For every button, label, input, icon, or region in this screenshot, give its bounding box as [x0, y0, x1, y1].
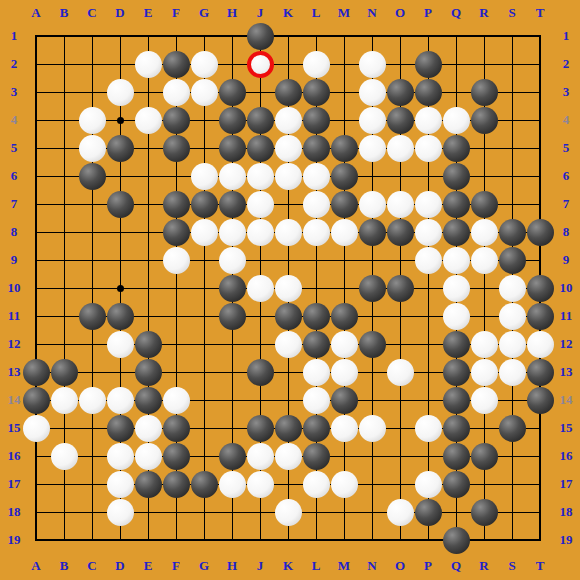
- row-label-left-3: 3: [0, 84, 28, 100]
- col-label-top-S: S: [498, 5, 526, 21]
- col-label-bottom-N: N: [358, 558, 386, 574]
- stone-black-C6: [79, 163, 106, 190]
- stone-white-P4: [415, 107, 442, 134]
- stone-white-T12: [527, 331, 554, 358]
- stone-black-Q17: [443, 471, 470, 498]
- row-label-left-11: 11: [0, 308, 28, 324]
- stone-white-J17: [247, 471, 274, 498]
- stone-white-O13: [387, 359, 414, 386]
- stone-black-R18: [471, 499, 498, 526]
- stone-white-P17: [415, 471, 442, 498]
- stone-black-J15: [247, 415, 274, 442]
- star-point: [117, 117, 124, 124]
- row-label-right-12: 12: [552, 336, 580, 352]
- stone-black-E14: [135, 387, 162, 414]
- stone-black-D7: [107, 191, 134, 218]
- col-label-bottom-T: T: [526, 558, 554, 574]
- stone-black-A13: [23, 359, 50, 386]
- stone-black-R16: [471, 443, 498, 470]
- stone-white-P8: [415, 219, 442, 246]
- stone-black-D15: [107, 415, 134, 442]
- stone-black-Q14: [443, 387, 470, 414]
- stone-black-L11: [303, 303, 330, 330]
- stone-white-M15: [331, 415, 358, 442]
- stone-black-Q16: [443, 443, 470, 470]
- stone-black-T10: [527, 275, 554, 302]
- col-label-bottom-R: R: [470, 558, 498, 574]
- stone-white-E15: [135, 415, 162, 442]
- stone-black-J1: [247, 23, 274, 50]
- stone-black-M14: [331, 387, 358, 414]
- stone-black-Q7: [443, 191, 470, 218]
- stone-white-H17: [219, 471, 246, 498]
- stone-black-M7: [331, 191, 358, 218]
- col-label-top-C: C: [78, 5, 106, 21]
- stone-black-G7: [191, 191, 218, 218]
- col-label-bottom-E: E: [134, 558, 162, 574]
- stone-black-O8: [387, 219, 414, 246]
- stone-white-Q4: [443, 107, 470, 134]
- stone-black-E17: [135, 471, 162, 498]
- stone-white-F14: [163, 387, 190, 414]
- row-label-left-7: 7: [0, 196, 28, 212]
- stone-white-S11: [499, 303, 526, 330]
- stone-white-H6: [219, 163, 246, 190]
- stone-black-Q12: [443, 331, 470, 358]
- stone-black-A14: [23, 387, 50, 414]
- col-label-bottom-A: A: [22, 558, 50, 574]
- stone-white-R8: [471, 219, 498, 246]
- stone-white-N4: [359, 107, 386, 134]
- col-label-bottom-H: H: [218, 558, 246, 574]
- stone-white-K4: [275, 107, 302, 134]
- stone-black-N8: [359, 219, 386, 246]
- stone-white-N3: [359, 79, 386, 106]
- col-label-bottom-B: B: [50, 558, 78, 574]
- stone-black-P18: [415, 499, 442, 526]
- stone-black-G17: [191, 471, 218, 498]
- stone-white-D16: [107, 443, 134, 470]
- row-label-left-8: 8: [0, 224, 28, 240]
- row-label-right-9: 9: [552, 252, 580, 268]
- stone-black-P2: [415, 51, 442, 78]
- row-label-right-6: 6: [552, 168, 580, 184]
- go-board[interactable]: AABBCCDDEEFFGGHHJJKKLLMMNNOOPPQQRRSSTT11…: [0, 0, 580, 580]
- stone-white-O5: [387, 135, 414, 162]
- stone-white-D17: [107, 471, 134, 498]
- stone-white-Q10: [443, 275, 470, 302]
- stone-black-T11: [527, 303, 554, 330]
- stone-white-L14: [303, 387, 330, 414]
- stone-black-M11: [331, 303, 358, 330]
- stone-black-H16: [219, 443, 246, 470]
- stone-white-D14: [107, 387, 134, 414]
- row-label-left-16: 16: [0, 448, 28, 464]
- col-label-bottom-M: M: [330, 558, 358, 574]
- stone-white-A15: [23, 415, 50, 442]
- stone-white-K10: [275, 275, 302, 302]
- col-label-top-E: E: [134, 5, 162, 21]
- stone-white-B16: [51, 443, 78, 470]
- stone-white-L17: [303, 471, 330, 498]
- stone-black-F8: [163, 219, 190, 246]
- stone-white-E16: [135, 443, 162, 470]
- col-label-top-K: K: [274, 5, 302, 21]
- stone-white-R9: [471, 247, 498, 274]
- stone-white-C5: [79, 135, 106, 162]
- stone-white-R12: [471, 331, 498, 358]
- col-label-bottom-S: S: [498, 558, 526, 574]
- stone-black-Q6: [443, 163, 470, 190]
- row-label-right-13: 13: [552, 364, 580, 380]
- col-label-top-R: R: [470, 5, 498, 21]
- stone-black-Q13: [443, 359, 470, 386]
- row-label-right-8: 8: [552, 224, 580, 240]
- stone-black-S8: [499, 219, 526, 246]
- stone-white-J8: [247, 219, 274, 246]
- stone-white-S13: [499, 359, 526, 386]
- col-label-bottom-P: P: [414, 558, 442, 574]
- stone-black-S9: [499, 247, 526, 274]
- stone-white-N2: [359, 51, 386, 78]
- stone-black-Q19: [443, 527, 470, 554]
- stone-white-G3: [191, 79, 218, 106]
- stone-white-L2: [303, 51, 330, 78]
- stone-black-F7: [163, 191, 190, 218]
- stone-white-N5: [359, 135, 386, 162]
- stone-white-J6: [247, 163, 274, 190]
- stone-black-M5: [331, 135, 358, 162]
- stone-black-T14: [527, 387, 554, 414]
- stone-black-R3: [471, 79, 498, 106]
- stone-black-L16: [303, 443, 330, 470]
- row-label-left-9: 9: [0, 252, 28, 268]
- stone-black-K3: [275, 79, 302, 106]
- stone-black-O10: [387, 275, 414, 302]
- grid-vline: [344, 36, 345, 540]
- row-label-left-12: 12: [0, 336, 28, 352]
- stone-black-R7: [471, 191, 498, 218]
- stone-black-L5: [303, 135, 330, 162]
- stone-black-H5: [219, 135, 246, 162]
- row-label-right-5: 5: [552, 140, 580, 156]
- stone-black-H3: [219, 79, 246, 106]
- stone-white-K16: [275, 443, 302, 470]
- stone-black-H11: [219, 303, 246, 330]
- row-label-left-1: 1: [0, 28, 28, 44]
- row-label-right-18: 18: [552, 504, 580, 520]
- stone-white-S10: [499, 275, 526, 302]
- col-label-top-N: N: [358, 5, 386, 21]
- stone-white-L13: [303, 359, 330, 386]
- stone-white-G2: [191, 51, 218, 78]
- stone-black-F4: [163, 107, 190, 134]
- stone-white-O18: [387, 499, 414, 526]
- stone-white-P9: [415, 247, 442, 274]
- row-label-left-10: 10: [0, 280, 28, 296]
- col-label-top-T: T: [526, 5, 554, 21]
- col-label-bottom-D: D: [106, 558, 134, 574]
- stone-black-R4: [471, 107, 498, 134]
- col-label-top-B: B: [50, 5, 78, 21]
- row-label-left-4: 4: [0, 112, 28, 128]
- stone-white-K12: [275, 331, 302, 358]
- row-label-right-7: 7: [552, 196, 580, 212]
- stone-black-H10: [219, 275, 246, 302]
- row-label-right-3: 3: [552, 84, 580, 100]
- row-label-right-1: 1: [552, 28, 580, 44]
- stone-black-L4: [303, 107, 330, 134]
- row-label-right-4: 4: [552, 112, 580, 128]
- stone-black-J5: [247, 135, 274, 162]
- col-label-bottom-F: F: [162, 558, 190, 574]
- col-label-top-Q: Q: [442, 5, 470, 21]
- row-label-right-19: 19: [552, 532, 580, 548]
- stone-white-H8: [219, 219, 246, 246]
- stone-white-P7: [415, 191, 442, 218]
- row-label-right-15: 15: [552, 420, 580, 436]
- row-label-right-10: 10: [552, 280, 580, 296]
- stone-white-K8: [275, 219, 302, 246]
- row-label-right-17: 17: [552, 476, 580, 492]
- col-label-top-J: J: [246, 5, 274, 21]
- stone-black-F17: [163, 471, 190, 498]
- stone-white-G8: [191, 219, 218, 246]
- stone-white-H9: [219, 247, 246, 274]
- col-label-top-P: P: [414, 5, 442, 21]
- stone-white-N15: [359, 415, 386, 442]
- stone-black-M6: [331, 163, 358, 190]
- stone-white-F9: [163, 247, 190, 274]
- stone-black-E12: [135, 331, 162, 358]
- stone-white-P15: [415, 415, 442, 442]
- col-label-top-A: A: [22, 5, 50, 21]
- row-label-right-2: 2: [552, 56, 580, 72]
- stone-black-L3: [303, 79, 330, 106]
- stone-white-N7: [359, 191, 386, 218]
- stone-black-D11: [107, 303, 134, 330]
- col-label-top-M: M: [330, 5, 358, 21]
- stone-white-Q11: [443, 303, 470, 330]
- stone-white-S12: [499, 331, 526, 358]
- col-label-top-H: H: [218, 5, 246, 21]
- stone-white-Q9: [443, 247, 470, 274]
- col-label-bottom-J: J: [246, 558, 274, 574]
- stone-black-O4: [387, 107, 414, 134]
- stone-white-E4: [135, 107, 162, 134]
- stone-white-E2: [135, 51, 162, 78]
- row-label-left-2: 2: [0, 56, 28, 72]
- stone-black-B13: [51, 359, 78, 386]
- stone-black-K15: [275, 415, 302, 442]
- stone-black-L15: [303, 415, 330, 442]
- stone-white-B14: [51, 387, 78, 414]
- col-label-bottom-K: K: [274, 558, 302, 574]
- stone-white-J10: [247, 275, 274, 302]
- stone-black-S15: [499, 415, 526, 442]
- stone-black-L12: [303, 331, 330, 358]
- stone-white-M8: [331, 219, 358, 246]
- stone-white-M12: [331, 331, 358, 358]
- stone-black-H7: [219, 191, 246, 218]
- row-label-right-11: 11: [552, 308, 580, 324]
- row-label-right-14: 14: [552, 392, 580, 408]
- row-label-right-16: 16: [552, 448, 580, 464]
- stone-black-Q5: [443, 135, 470, 162]
- stone-black-F2: [163, 51, 190, 78]
- col-label-top-F: F: [162, 5, 190, 21]
- col-label-top-G: G: [190, 5, 218, 21]
- stone-black-N10: [359, 275, 386, 302]
- stone-black-E13: [135, 359, 162, 386]
- stone-black-K11: [275, 303, 302, 330]
- stone-white-D12: [107, 331, 134, 358]
- stone-white-R14: [471, 387, 498, 414]
- stone-white-M17: [331, 471, 358, 498]
- col-label-bottom-C: C: [78, 558, 106, 574]
- row-label-left-18: 18: [0, 504, 28, 520]
- stone-black-F15: [163, 415, 190, 442]
- row-label-left-6: 6: [0, 168, 28, 184]
- stone-white-O7: [387, 191, 414, 218]
- stone-black-P3: [415, 79, 442, 106]
- col-label-bottom-L: L: [302, 558, 330, 574]
- row-label-left-5: 5: [0, 140, 28, 156]
- row-label-left-17: 17: [0, 476, 28, 492]
- stone-black-Q15: [443, 415, 470, 442]
- stone-white-L7: [303, 191, 330, 218]
- stone-black-Q8: [443, 219, 470, 246]
- col-label-top-L: L: [302, 5, 330, 21]
- stone-white-L6: [303, 163, 330, 190]
- stone-white-M13: [331, 359, 358, 386]
- col-label-bottom-Q: Q: [442, 558, 470, 574]
- stone-white-R13: [471, 359, 498, 386]
- stone-black-D5: [107, 135, 134, 162]
- col-label-bottom-G: G: [190, 558, 218, 574]
- stone-black-T8: [527, 219, 554, 246]
- col-label-top-O: O: [386, 5, 414, 21]
- stone-black-J13: [247, 359, 274, 386]
- row-label-left-19: 19: [0, 532, 28, 548]
- col-label-bottom-O: O: [386, 558, 414, 574]
- stone-black-H4: [219, 107, 246, 134]
- stone-black-C11: [79, 303, 106, 330]
- stone-white-L8: [303, 219, 330, 246]
- stone-white-P5: [415, 135, 442, 162]
- stone-white-J16: [247, 443, 274, 470]
- stone-white-K6: [275, 163, 302, 190]
- stone-white-D18: [107, 499, 134, 526]
- stone-black-F5: [163, 135, 190, 162]
- stone-black-O3: [387, 79, 414, 106]
- stone-white-C14: [79, 387, 106, 414]
- stone-white-G6: [191, 163, 218, 190]
- stone-black-F16: [163, 443, 190, 470]
- stone-black-N12: [359, 331, 386, 358]
- stone-black-J4: [247, 107, 274, 134]
- stone-white-F3: [163, 79, 190, 106]
- stone-white-J7: [247, 191, 274, 218]
- star-point: [117, 285, 124, 292]
- stone-black-T13: [527, 359, 554, 386]
- stone-white-C4: [79, 107, 106, 134]
- last-move-stone-white-J2: [247, 51, 274, 78]
- stone-white-K5: [275, 135, 302, 162]
- stone-white-K18: [275, 499, 302, 526]
- col-label-top-D: D: [106, 5, 134, 21]
- stone-white-D3: [107, 79, 134, 106]
